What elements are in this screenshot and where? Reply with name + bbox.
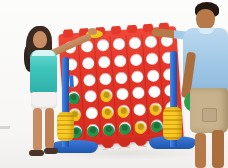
green-disc: ● — [149, 118, 164, 133]
held-yellow-disc — [86, 30, 103, 38]
board-cell — [128, 68, 145, 86]
girl-hair — [26, 26, 52, 66]
board-cell — [113, 85, 130, 103]
yellow-disc: ● — [116, 103, 131, 118]
board-hole — [145, 52, 158, 65]
board-hole — [84, 90, 97, 103]
board-cell: ● — [83, 121, 100, 139]
board-hole — [97, 56, 110, 69]
board-hole — [130, 70, 143, 83]
board-hole — [146, 69, 159, 82]
board-cell — [81, 88, 98, 106]
boy-hair — [195, 2, 219, 17]
yellow-ring-stack-left — [57, 112, 74, 141]
girl-tank-top — [30, 50, 57, 94]
board-cell — [144, 67, 161, 85]
held-green-disc — [184, 92, 204, 112]
board-cell — [127, 51, 144, 69]
boy-arm — [181, 52, 196, 99]
board-cell: ● — [98, 103, 115, 121]
board-cell — [125, 34, 142, 52]
board-hole — [80, 40, 93, 53]
board-cell — [143, 50, 160, 68]
board-hole — [96, 39, 109, 52]
board-hole — [133, 103, 146, 116]
boy-face — [196, 9, 215, 30]
scene: ●●●●●●●●●●●● — [0, 0, 228, 168]
board-hole — [148, 86, 161, 99]
green-disc: ● — [117, 120, 132, 135]
boy-polo-shirt — [183, 28, 228, 91]
board-hole — [114, 71, 127, 84]
board-cell: ● — [97, 87, 114, 105]
board-cell — [94, 37, 111, 55]
board-hole — [160, 35, 173, 48]
board-cell — [80, 71, 97, 89]
board-cell — [82, 104, 99, 122]
back-pole-seen-through-hole — [69, 75, 74, 88]
board-cell — [95, 53, 112, 71]
board-cell — [141, 33, 158, 51]
board-cell — [111, 52, 128, 70]
board-cell — [112, 69, 129, 87]
yellow-disc: ● — [148, 101, 163, 116]
board-hole — [64, 41, 77, 54]
board-cell — [145, 83, 162, 101]
yellow-disc: ● — [133, 119, 148, 134]
board-cell — [129, 84, 146, 102]
girl-leg — [33, 108, 42, 151]
board-hole — [81, 57, 94, 70]
board-cell: ● — [115, 119, 132, 137]
board-hole — [116, 88, 129, 101]
girl-sandal — [29, 150, 44, 156]
board-cell: ● — [99, 120, 116, 138]
board-cell: ● — [146, 100, 163, 118]
board-cell — [109, 36, 126, 54]
green-disc: ● — [85, 122, 100, 137]
board-cell — [78, 38, 95, 56]
board-hole — [85, 107, 98, 120]
board-hole — [144, 36, 157, 49]
board-cell — [79, 54, 96, 72]
board-cell — [96, 70, 113, 88]
boy-leg — [212, 130, 224, 168]
board-cell — [62, 39, 79, 57]
base-foot-left — [52, 140, 98, 153]
board-hole — [112, 38, 125, 51]
board-cell: ● — [131, 118, 148, 136]
board-hole — [132, 87, 145, 100]
girl-hair — [24, 44, 38, 72]
board-cell — [157, 32, 174, 50]
board-hole — [128, 37, 141, 50]
board-hole — [99, 72, 112, 85]
board-cell — [130, 101, 147, 119]
boy-cargo-shorts — [190, 88, 228, 133]
board-hole — [83, 73, 96, 86]
yellow-ring-stack-right — [163, 107, 182, 140]
yellow-disc: ● — [100, 105, 115, 120]
green-disc: ● — [101, 121, 116, 136]
board-cell: ● — [147, 116, 164, 134]
boy-collar — [198, 28, 214, 34]
girl-face — [33, 31, 47, 48]
yellow-disc: ● — [99, 88, 114, 103]
board-cell: ● — [114, 102, 131, 120]
wall-baseboard-line — [0, 126, 10, 129]
board-hole — [113, 55, 126, 68]
girl-shorts — [31, 92, 57, 109]
boy-cargo-pocket — [202, 108, 217, 122]
board-hole — [129, 53, 142, 66]
